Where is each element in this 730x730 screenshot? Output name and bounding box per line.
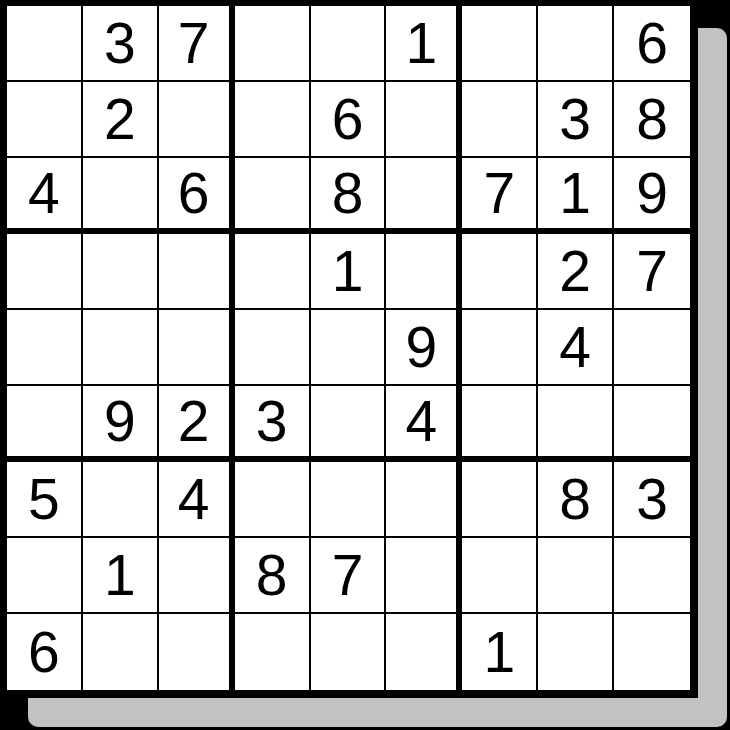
cell-r2c2[interactable]: 2 [83,82,159,158]
cell-r1c6[interactable]: 1 [386,6,462,82]
cell-r9c9[interactable] [614,614,690,690]
cell-r8c5[interactable]: 7 [311,538,387,614]
cell-r1c7[interactable] [462,6,538,82]
cell-r3c5[interactable]: 8 [311,158,387,234]
cell-r8c1[interactable] [7,538,83,614]
cell-r2c1[interactable] [7,82,83,158]
cell-r9c6[interactable] [386,614,462,690]
cell-r6c1[interactable] [7,386,83,462]
cell-r4c7[interactable] [462,234,538,310]
cell-r1c3[interactable]: 7 [159,6,235,82]
cell-r5c8[interactable]: 4 [538,310,614,386]
cell-r5c1[interactable] [7,310,83,386]
cell-r9c2[interactable] [83,614,159,690]
cell-r7c3[interactable]: 4 [159,462,235,538]
cell-r7c5[interactable] [311,462,387,538]
sudoku-puzzle: 37162638468719127949234548318761 [0,0,730,730]
cell-r9c8[interactable] [538,614,614,690]
cell-r6c3[interactable]: 2 [159,386,235,462]
board-frame: 37162638468719127949234548318761 [0,0,698,698]
cell-r7c4[interactable] [235,462,311,538]
cell-r3c7[interactable]: 7 [462,158,538,234]
cell-r5c2[interactable] [83,310,159,386]
cell-r4c6[interactable] [386,234,462,310]
cell-r4c5[interactable]: 1 [311,234,387,310]
cell-r2c4[interactable] [235,82,311,158]
cell-r9c7[interactable]: 1 [462,614,538,690]
cell-r5c7[interactable] [462,310,538,386]
cell-r1c4[interactable] [235,6,311,82]
cell-r7c1[interactable]: 5 [7,462,83,538]
cell-r2c9[interactable]: 8 [614,82,690,158]
cell-r7c2[interactable] [83,462,159,538]
cell-r9c3[interactable] [159,614,235,690]
cell-r6c8[interactable] [538,386,614,462]
cell-r2c5[interactable]: 6 [311,82,387,158]
cell-r6c9[interactable] [614,386,690,462]
cell-r3c4[interactable] [235,158,311,234]
cell-r7c8[interactable]: 8 [538,462,614,538]
cell-r3c1[interactable]: 4 [7,158,83,234]
cell-r4c8[interactable]: 2 [538,234,614,310]
cell-r6c2[interactable]: 9 [83,386,159,462]
cell-r2c6[interactable] [386,82,462,158]
cell-r2c3[interactable] [159,82,235,158]
cell-r8c2[interactable]: 1 [83,538,159,614]
cell-r1c2[interactable]: 3 [83,6,159,82]
cell-r8c6[interactable] [386,538,462,614]
cell-r8c7[interactable] [462,538,538,614]
cell-r4c4[interactable] [235,234,311,310]
cell-r2c7[interactable] [462,82,538,158]
cell-r9c4[interactable] [235,614,311,690]
cell-r7c6[interactable] [386,462,462,538]
cell-r7c9[interactable]: 3 [614,462,690,538]
cell-r9c1[interactable]: 6 [7,614,83,690]
cell-r2c8[interactable]: 3 [538,82,614,158]
cell-r8c4[interactable]: 8 [235,538,311,614]
cell-r5c4[interactable] [235,310,311,386]
cell-r6c6[interactable]: 4 [386,386,462,462]
cell-r3c9[interactable]: 9 [614,158,690,234]
cell-r4c2[interactable] [83,234,159,310]
cell-r4c1[interactable] [7,234,83,310]
cell-r1c5[interactable] [311,6,387,82]
sudoku-grid: 37162638468719127949234548318761 [7,6,690,690]
cell-r6c5[interactable] [311,386,387,462]
cell-r5c3[interactable] [159,310,235,386]
cell-r1c8[interactable] [538,6,614,82]
cell-r1c1[interactable] [7,6,83,82]
cell-r7c7[interactable] [462,462,538,538]
cell-r6c4[interactable]: 3 [235,386,311,462]
cell-r3c6[interactable] [386,158,462,234]
cell-r6c7[interactable] [462,386,538,462]
cell-r5c9[interactable] [614,310,690,386]
cell-r5c6[interactable]: 9 [386,310,462,386]
cell-r8c3[interactable] [159,538,235,614]
cell-r5c5[interactable] [311,310,387,386]
cell-r3c3[interactable]: 6 [159,158,235,234]
cell-r1c9[interactable]: 6 [614,6,690,82]
cell-r4c3[interactable] [159,234,235,310]
cell-r8c8[interactable] [538,538,614,614]
cell-r3c2[interactable] [83,158,159,234]
cell-r8c9[interactable] [614,538,690,614]
cell-r3c8[interactable]: 1 [538,158,614,234]
cell-r4c9[interactable]: 7 [614,234,690,310]
cell-r9c5[interactable] [311,614,387,690]
